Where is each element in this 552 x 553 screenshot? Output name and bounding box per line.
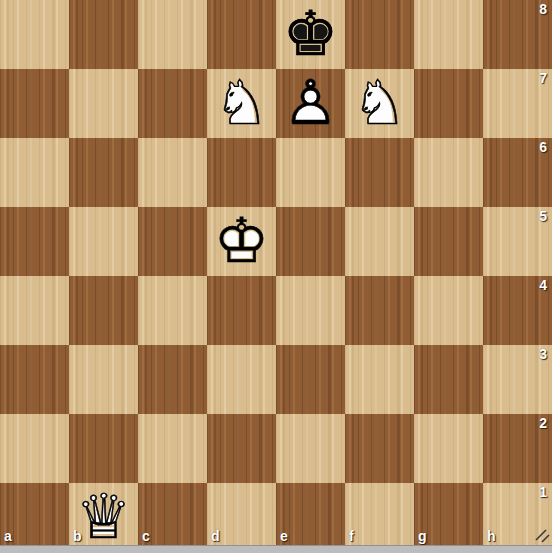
- square-d5[interactable]: ♚♔: [207, 207, 276, 276]
- square-b8[interactable]: [69, 0, 138, 69]
- square-e5[interactable]: [276, 207, 345, 276]
- square-e7[interactable]: ♟♙: [276, 69, 345, 138]
- square-f5[interactable]: [345, 207, 414, 276]
- rank-label-1: 1: [539, 484, 547, 500]
- white-pawn-piece[interactable]: ♟♙: [276, 69, 345, 138]
- file-label-f: f: [349, 528, 354, 544]
- white-pawn-outline: ♙: [276, 69, 345, 138]
- square-a6[interactable]: [0, 138, 69, 207]
- square-c3[interactable]: [138, 345, 207, 414]
- square-h2[interactable]: 2: [483, 414, 552, 483]
- square-g7[interactable]: [414, 69, 483, 138]
- square-a3[interactable]: [0, 345, 69, 414]
- square-h4[interactable]: 4: [483, 276, 552, 345]
- black-king-piece[interactable]: ♚♔: [276, 0, 345, 69]
- square-a7[interactable]: [0, 69, 69, 138]
- square-b5[interactable]: [69, 207, 138, 276]
- white-knight-outline: ♘: [345, 69, 414, 138]
- square-a8[interactable]: [0, 0, 69, 69]
- square-d6[interactable]: [207, 138, 276, 207]
- rank-label-2: 2: [539, 415, 547, 431]
- square-g4[interactable]: [414, 276, 483, 345]
- square-g1[interactable]: g: [414, 483, 483, 552]
- file-label-e: e: [280, 528, 288, 544]
- square-a4[interactable]: [0, 276, 69, 345]
- resize-handle-icon[interactable]: [535, 529, 550, 543]
- file-label-h: h: [487, 528, 496, 544]
- rank-label-5: 5: [539, 208, 547, 224]
- square-a1[interactable]: a: [0, 483, 69, 552]
- square-f3[interactable]: [345, 345, 414, 414]
- file-label-a: a: [4, 528, 12, 544]
- white-king-outline: ♔: [207, 207, 276, 276]
- square-f1[interactable]: f: [345, 483, 414, 552]
- square-g8[interactable]: [414, 0, 483, 69]
- square-f8[interactable]: [345, 0, 414, 69]
- square-h8[interactable]: 8: [483, 0, 552, 69]
- square-h6[interactable]: 6: [483, 138, 552, 207]
- square-g3[interactable]: [414, 345, 483, 414]
- square-d3[interactable]: [207, 345, 276, 414]
- square-c4[interactable]: [138, 276, 207, 345]
- black-king-outline: ♔: [276, 0, 345, 69]
- page-bottom-strip: [0, 545, 552, 553]
- square-f2[interactable]: [345, 414, 414, 483]
- rank-label-3: 3: [539, 346, 547, 362]
- square-b6[interactable]: [69, 138, 138, 207]
- square-d4[interactable]: [207, 276, 276, 345]
- white-knight-piece[interactable]: ♞♘: [345, 69, 414, 138]
- rank-label-6: 6: [539, 139, 547, 155]
- square-f6[interactable]: [345, 138, 414, 207]
- square-h7[interactable]: 7: [483, 69, 552, 138]
- square-c1[interactable]: c: [138, 483, 207, 552]
- rank-label-4: 4: [539, 277, 547, 293]
- square-b3[interactable]: [69, 345, 138, 414]
- square-a5[interactable]: [0, 207, 69, 276]
- square-b1[interactable]: ♛♕b: [69, 483, 138, 552]
- square-e1[interactable]: e: [276, 483, 345, 552]
- square-e4[interactable]: [276, 276, 345, 345]
- file-label-c: c: [142, 528, 150, 544]
- square-c2[interactable]: [138, 414, 207, 483]
- square-e3[interactable]: [276, 345, 345, 414]
- square-g2[interactable]: [414, 414, 483, 483]
- square-b2[interactable]: [69, 414, 138, 483]
- square-g6[interactable]: [414, 138, 483, 207]
- square-d7[interactable]: ♞♘: [207, 69, 276, 138]
- chess-board: ♚♔8♞♘♟♙♞♘76♚♔5432a♛♕bcdefg1h: [0, 0, 552, 552]
- square-f4[interactable]: [345, 276, 414, 345]
- square-f7[interactable]: ♞♘: [345, 69, 414, 138]
- white-knight-outline: ♘: [207, 69, 276, 138]
- square-h5[interactable]: 5: [483, 207, 552, 276]
- square-h3[interactable]: 3: [483, 345, 552, 414]
- file-label-g: g: [418, 528, 427, 544]
- square-c7[interactable]: [138, 69, 207, 138]
- square-b7[interactable]: [69, 69, 138, 138]
- white-knight-piece[interactable]: ♞♘: [207, 69, 276, 138]
- square-a2[interactable]: [0, 414, 69, 483]
- rank-label-7: 7: [539, 70, 547, 86]
- file-label-d: d: [211, 528, 220, 544]
- white-king-piece[interactable]: ♚♔: [207, 207, 276, 276]
- chess-widget: ♚♔8♞♘♟♙♞♘76♚♔5432a♛♕bcdefg1h: [0, 0, 552, 553]
- square-e6[interactable]: [276, 138, 345, 207]
- square-g5[interactable]: [414, 207, 483, 276]
- square-d2[interactable]: [207, 414, 276, 483]
- square-e2[interactable]: [276, 414, 345, 483]
- rank-label-8: 8: [539, 1, 547, 17]
- square-c5[interactable]: [138, 207, 207, 276]
- square-d1[interactable]: d: [207, 483, 276, 552]
- square-e8[interactable]: ♚♔: [276, 0, 345, 69]
- square-d8[interactable]: [207, 0, 276, 69]
- square-c8[interactable]: [138, 0, 207, 69]
- file-label-b: b: [73, 528, 82, 544]
- square-b4[interactable]: [69, 276, 138, 345]
- square-c6[interactable]: [138, 138, 207, 207]
